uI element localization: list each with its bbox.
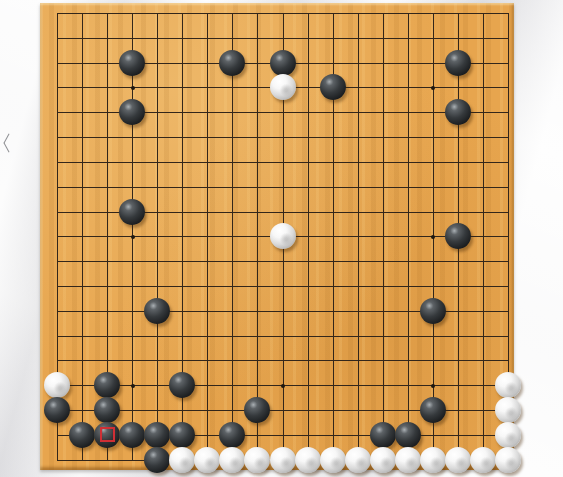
last-move-marker bbox=[100, 427, 115, 442]
black-stone[interactable]: ● bbox=[219, 50, 245, 76]
black-stone[interactable]: ● bbox=[144, 422, 170, 448]
white-stone[interactable]: ○ bbox=[370, 447, 396, 473]
black-stone[interactable]: ● bbox=[94, 372, 120, 398]
black-stone[interactable]: ● bbox=[119, 422, 145, 448]
black-stone[interactable]: ● bbox=[219, 422, 245, 448]
white-stone[interactable]: ○ bbox=[470, 447, 496, 473]
white-stone[interactable]: ○ bbox=[420, 447, 446, 473]
black-stone[interactable]: ● bbox=[119, 99, 145, 125]
black-stone[interactable]: ● bbox=[169, 372, 195, 398]
black-stone[interactable]: ● bbox=[169, 422, 195, 448]
black-stone[interactable]: ● bbox=[94, 397, 120, 423]
black-stone[interactable]: ● bbox=[445, 50, 471, 76]
grid-line-vertical bbox=[483, 13, 484, 461]
black-stone[interactable]: ● bbox=[244, 397, 270, 423]
star-point bbox=[131, 384, 135, 388]
white-stone[interactable]: ○ bbox=[495, 397, 521, 423]
grid-line-vertical bbox=[358, 13, 359, 461]
grid-line-vertical bbox=[308, 13, 309, 461]
white-stone[interactable]: ○ bbox=[270, 74, 296, 100]
white-stone[interactable]: ○ bbox=[495, 447, 521, 473]
white-stone[interactable]: ○ bbox=[495, 372, 521, 398]
white-stone[interactable]: ○ bbox=[44, 372, 70, 398]
grid-line-horizontal bbox=[57, 286, 509, 287]
white-stone[interactable]: ○ bbox=[345, 447, 371, 473]
white-stone[interactable]: ○ bbox=[270, 223, 296, 249]
black-stone[interactable]: ● bbox=[44, 397, 70, 423]
white-stone[interactable]: ○ bbox=[320, 447, 346, 473]
star-point bbox=[431, 384, 435, 388]
white-stone[interactable]: ○ bbox=[445, 447, 471, 473]
white-stone[interactable]: ○ bbox=[395, 447, 421, 473]
star-point bbox=[131, 86, 135, 90]
black-stone[interactable]: ● bbox=[445, 99, 471, 125]
grid-line-horizontal bbox=[57, 261, 509, 262]
black-stone[interactable]: ● bbox=[144, 298, 170, 324]
black-stone[interactable]: ● bbox=[370, 422, 396, 448]
star-point bbox=[431, 235, 435, 239]
screenshot-root: ●●●●○●●●●○●●●○●●○●●●●○●●●●●●●●○●○○○○○○○○… bbox=[0, 0, 563, 477]
grid-line-horizontal bbox=[57, 336, 509, 337]
background-scratch-mark bbox=[1, 133, 11, 153]
white-stone[interactable]: ○ bbox=[194, 447, 220, 473]
white-stone[interactable]: ○ bbox=[244, 447, 270, 473]
white-stone[interactable]: ○ bbox=[219, 447, 245, 473]
go-board[interactable]: ●●●●○●●●●○●●●○●●○●●●●○●●●●●●●●○●○○○○○○○○… bbox=[40, 3, 514, 470]
white-stone[interactable]: ○ bbox=[495, 422, 521, 448]
star-point bbox=[281, 384, 285, 388]
white-stone[interactable]: ○ bbox=[295, 447, 321, 473]
black-stone[interactable]: ● bbox=[270, 50, 296, 76]
white-stone[interactable]: ○ bbox=[270, 447, 296, 473]
white-stone[interactable]: ○ bbox=[169, 447, 195, 473]
black-stone[interactable]: ● bbox=[445, 223, 471, 249]
black-stone[interactable]: ● bbox=[395, 422, 421, 448]
black-stone[interactable]: ● bbox=[69, 422, 95, 448]
grid-line-horizontal bbox=[57, 360, 509, 361]
grid-line-vertical bbox=[408, 13, 409, 461]
black-stone[interactable]: ● bbox=[420, 298, 446, 324]
black-stone[interactable]: ● bbox=[119, 50, 145, 76]
black-stone[interactable]: ● bbox=[119, 199, 145, 225]
star-point bbox=[431, 86, 435, 90]
black-stone[interactable]: ● bbox=[144, 447, 170, 473]
black-stone[interactable]: ● bbox=[320, 74, 346, 100]
grid-line-vertical bbox=[383, 13, 384, 461]
black-stone[interactable]: ● bbox=[420, 397, 446, 423]
star-point bbox=[131, 235, 135, 239]
